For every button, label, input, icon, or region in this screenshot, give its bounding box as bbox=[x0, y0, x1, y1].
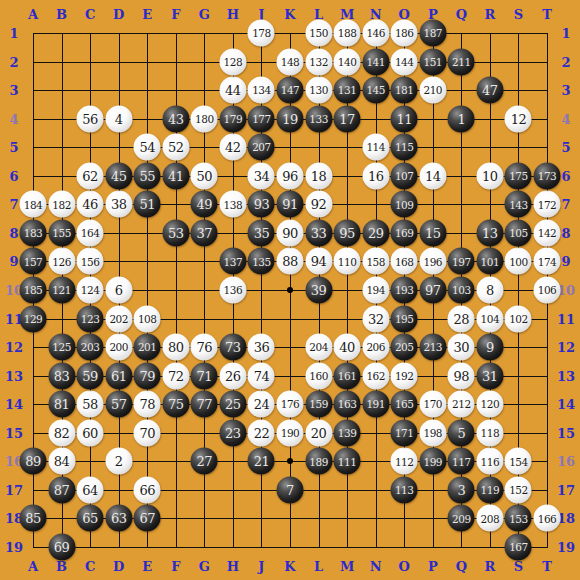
white-stone-34: 34 bbox=[248, 162, 275, 189]
row-label-left-17: 17 bbox=[5, 483, 23, 496]
white-stone-82: 82 bbox=[48, 419, 75, 446]
col-label-top-G: G bbox=[199, 8, 210, 21]
grid-cell bbox=[204, 490, 233, 519]
grid-cell bbox=[319, 490, 348, 519]
white-stone-190: 190 bbox=[277, 419, 304, 446]
grid-cell bbox=[176, 261, 205, 290]
col-label-bottom-N: N bbox=[370, 560, 382, 573]
black-stone-63: 63 bbox=[105, 505, 132, 532]
black-stone-145: 145 bbox=[362, 77, 389, 104]
white-stone-70: 70 bbox=[134, 419, 161, 446]
black-stone-91: 91 bbox=[277, 191, 304, 218]
col-label-top-H: H bbox=[227, 8, 239, 21]
row-label-right-17: 17 bbox=[557, 483, 575, 496]
black-stone-121: 121 bbox=[48, 277, 75, 304]
grid-cell bbox=[62, 33, 91, 62]
white-stone-154: 154 bbox=[505, 448, 532, 475]
col-label-top-F: F bbox=[171, 8, 180, 21]
grid-cell bbox=[376, 518, 405, 547]
black-stone-47: 47 bbox=[476, 77, 503, 104]
white-stone-200: 200 bbox=[105, 334, 132, 361]
black-stone-9: 9 bbox=[476, 334, 503, 361]
white-stone-66: 66 bbox=[134, 476, 161, 503]
black-stone-207: 207 bbox=[248, 134, 275, 161]
white-stone-158: 158 bbox=[362, 248, 389, 275]
white-stone-124: 124 bbox=[77, 277, 104, 304]
black-stone-155: 155 bbox=[48, 219, 75, 246]
white-stone-170: 170 bbox=[419, 391, 446, 418]
white-stone-32: 32 bbox=[362, 305, 389, 332]
row-label-right-4: 4 bbox=[561, 112, 570, 125]
row-label-right-14: 14 bbox=[557, 398, 575, 411]
black-stone-95: 95 bbox=[334, 219, 361, 246]
row-label-right-19: 19 bbox=[557, 541, 575, 554]
col-label-top-E: E bbox=[142, 8, 152, 21]
black-stone-69: 69 bbox=[48, 534, 75, 561]
black-stone-203: 203 bbox=[77, 334, 104, 361]
star-point-K16 bbox=[287, 458, 293, 464]
white-stone-176: 176 bbox=[277, 391, 304, 418]
black-stone-83: 83 bbox=[48, 362, 75, 389]
black-stone-195: 195 bbox=[391, 305, 418, 332]
row-label-right-7: 7 bbox=[561, 198, 570, 211]
black-stone-173: 173 bbox=[534, 162, 561, 189]
white-stone-14: 14 bbox=[419, 162, 446, 189]
row-label-left-5: 5 bbox=[9, 141, 18, 154]
white-stone-112: 112 bbox=[391, 448, 418, 475]
row-label-left-2: 2 bbox=[9, 55, 18, 68]
black-stone-171: 171 bbox=[391, 419, 418, 446]
white-stone-44: 44 bbox=[219, 77, 246, 104]
black-stone-17: 17 bbox=[334, 105, 361, 132]
col-label-top-D: D bbox=[113, 8, 124, 21]
black-stone-151: 151 bbox=[419, 48, 446, 75]
row-label-left-15: 15 bbox=[5, 426, 23, 439]
black-stone-177: 177 bbox=[248, 105, 275, 132]
white-stone-12: 12 bbox=[505, 105, 532, 132]
white-stone-186: 186 bbox=[391, 20, 418, 47]
black-stone-161: 161 bbox=[334, 362, 361, 389]
row-label-right-16: 16 bbox=[557, 455, 575, 468]
white-stone-2: 2 bbox=[105, 448, 132, 475]
white-stone-52: 52 bbox=[162, 134, 189, 161]
white-stone-6: 6 bbox=[105, 277, 132, 304]
black-stone-31: 31 bbox=[476, 362, 503, 389]
white-stone-110: 110 bbox=[334, 248, 361, 275]
black-stone-71: 71 bbox=[191, 362, 218, 389]
white-stone-16: 16 bbox=[362, 162, 389, 189]
white-stone-204: 204 bbox=[305, 334, 332, 361]
grid-cell bbox=[233, 490, 262, 519]
white-stone-74: 74 bbox=[248, 362, 275, 389]
black-stone-185: 185 bbox=[20, 277, 47, 304]
white-stone-90: 90 bbox=[277, 219, 304, 246]
row-label-left-4: 4 bbox=[9, 112, 18, 125]
black-stone-141: 141 bbox=[362, 48, 389, 75]
black-stone-153: 153 bbox=[505, 505, 532, 532]
grid-cell bbox=[319, 518, 348, 547]
grid-cell bbox=[261, 290, 290, 319]
grid-cell bbox=[404, 518, 433, 547]
white-stone-116: 116 bbox=[476, 448, 503, 475]
black-stone-75: 75 bbox=[162, 391, 189, 418]
black-stone-159: 159 bbox=[305, 391, 332, 418]
white-stone-26: 26 bbox=[219, 362, 246, 389]
black-stone-39: 39 bbox=[305, 277, 332, 304]
grid-cell bbox=[147, 33, 176, 62]
white-stone-50: 50 bbox=[191, 162, 218, 189]
row-label-right-6: 6 bbox=[561, 169, 570, 182]
grid-cell bbox=[490, 33, 519, 62]
row-label-right-13: 13 bbox=[557, 369, 575, 382]
white-stone-174: 174 bbox=[534, 248, 561, 275]
white-stone-104: 104 bbox=[476, 305, 503, 332]
white-stone-30: 30 bbox=[448, 334, 475, 361]
col-label-bottom-T: T bbox=[542, 560, 552, 573]
black-stone-123: 123 bbox=[77, 305, 104, 332]
white-stone-114: 114 bbox=[362, 134, 389, 161]
white-stone-36: 36 bbox=[248, 334, 275, 361]
black-stone-25: 25 bbox=[219, 391, 246, 418]
white-stone-18: 18 bbox=[305, 162, 332, 189]
black-stone-191: 191 bbox=[362, 391, 389, 418]
row-label-left-12: 12 bbox=[5, 341, 23, 354]
black-stone-201: 201 bbox=[134, 334, 161, 361]
black-stone-139: 139 bbox=[334, 419, 361, 446]
grid-cell bbox=[290, 518, 319, 547]
white-stone-132: 132 bbox=[305, 48, 332, 75]
black-stone-181: 181 bbox=[391, 77, 418, 104]
black-stone-107: 107 bbox=[391, 162, 418, 189]
row-label-left-6: 6 bbox=[9, 169, 18, 182]
white-stone-10: 10 bbox=[476, 162, 503, 189]
row-label-right-15: 15 bbox=[557, 426, 575, 439]
black-stone-13: 13 bbox=[476, 219, 503, 246]
col-label-bottom-C: C bbox=[85, 560, 95, 573]
black-stone-165: 165 bbox=[391, 391, 418, 418]
black-stone-137: 137 bbox=[219, 248, 246, 275]
black-stone-189: 189 bbox=[305, 448, 332, 475]
grid-cell bbox=[119, 233, 148, 262]
white-stone-42: 42 bbox=[219, 134, 246, 161]
black-stone-65: 65 bbox=[77, 505, 104, 532]
white-stone-194: 194 bbox=[362, 277, 389, 304]
white-stone-196: 196 bbox=[419, 248, 446, 275]
white-stone-94: 94 bbox=[305, 248, 332, 275]
row-label-right-11: 11 bbox=[557, 312, 575, 325]
black-stone-135: 135 bbox=[248, 248, 275, 275]
grid-cell bbox=[90, 62, 119, 91]
black-stone-111: 111 bbox=[334, 448, 361, 475]
col-label-bottom-F: F bbox=[171, 560, 180, 573]
col-label-bottom-B: B bbox=[56, 560, 67, 573]
white-stone-138: 138 bbox=[219, 191, 246, 218]
black-stone-53: 53 bbox=[162, 219, 189, 246]
black-stone-105: 105 bbox=[505, 219, 532, 246]
black-stone-179: 179 bbox=[219, 105, 246, 132]
col-label-top-B: B bbox=[56, 8, 67, 21]
white-stone-54: 54 bbox=[134, 134, 161, 161]
white-stone-164: 164 bbox=[77, 219, 104, 246]
black-stone-109: 109 bbox=[391, 191, 418, 218]
black-stone-19: 19 bbox=[277, 105, 304, 132]
black-stone-77: 77 bbox=[191, 391, 218, 418]
row-label-right-8: 8 bbox=[561, 226, 570, 239]
row-label-left-13: 13 bbox=[5, 369, 23, 382]
white-stone-62: 62 bbox=[77, 162, 104, 189]
col-label-bottom-D: D bbox=[113, 560, 124, 573]
black-stone-209: 209 bbox=[448, 505, 475, 532]
row-label-right-5: 5 bbox=[561, 141, 570, 154]
white-stone-148: 148 bbox=[277, 48, 304, 75]
black-stone-43: 43 bbox=[162, 105, 189, 132]
col-label-bottom-G: G bbox=[199, 560, 210, 573]
grid-cell bbox=[176, 518, 205, 547]
white-stone-106: 106 bbox=[534, 277, 561, 304]
col-label-bottom-J: J bbox=[258, 560, 264, 573]
black-stone-37: 37 bbox=[191, 219, 218, 246]
black-stone-73: 73 bbox=[219, 334, 246, 361]
col-label-top-A: A bbox=[28, 8, 38, 21]
white-stone-212: 212 bbox=[448, 391, 475, 418]
row-label-right-12: 12 bbox=[557, 341, 575, 354]
col-label-bottom-P: P bbox=[428, 560, 438, 573]
grid-cell bbox=[518, 404, 547, 433]
black-stone-93: 93 bbox=[248, 191, 275, 218]
black-stone-119: 119 bbox=[476, 476, 503, 503]
row-label-left-8: 8 bbox=[9, 226, 18, 239]
grid-cell bbox=[176, 62, 205, 91]
black-stone-197: 197 bbox=[448, 248, 475, 275]
go-board[interactable]: AABBCCDDEEFFGGHHJJKKLLMMNNOOPPQQRRSSTT11… bbox=[0, 0, 580, 580]
black-stone-35: 35 bbox=[248, 219, 275, 246]
grid-cell bbox=[204, 518, 233, 547]
black-stone-129: 129 bbox=[20, 305, 47, 332]
white-stone-60: 60 bbox=[77, 419, 104, 446]
col-label-bottom-Q: Q bbox=[456, 560, 467, 573]
white-stone-130: 130 bbox=[305, 77, 332, 104]
black-stone-187: 187 bbox=[419, 20, 446, 47]
col-label-bottom-M: M bbox=[340, 560, 354, 573]
white-stone-72: 72 bbox=[162, 362, 189, 389]
col-label-top-K: K bbox=[284, 8, 295, 21]
white-stone-84: 84 bbox=[48, 448, 75, 475]
col-label-top-R: R bbox=[484, 8, 495, 21]
black-stone-89: 89 bbox=[20, 448, 47, 475]
black-stone-147: 147 bbox=[277, 77, 304, 104]
white-stone-120: 120 bbox=[476, 391, 503, 418]
black-stone-167: 167 bbox=[505, 534, 532, 561]
black-stone-55: 55 bbox=[134, 162, 161, 189]
white-stone-198: 198 bbox=[419, 419, 446, 446]
white-stone-152: 152 bbox=[505, 476, 532, 503]
white-stone-38: 38 bbox=[105, 191, 132, 218]
black-stone-67: 67 bbox=[134, 505, 161, 532]
white-stone-40: 40 bbox=[334, 334, 361, 361]
black-stone-157: 157 bbox=[20, 248, 47, 275]
grid-cell bbox=[119, 62, 148, 91]
white-stone-188: 188 bbox=[334, 20, 361, 47]
black-stone-15: 15 bbox=[419, 219, 446, 246]
white-stone-28: 28 bbox=[448, 305, 475, 332]
black-stone-79: 79 bbox=[134, 362, 161, 389]
grid-cell bbox=[176, 33, 205, 62]
black-stone-103: 103 bbox=[448, 277, 475, 304]
white-stone-118: 118 bbox=[476, 419, 503, 446]
black-stone-131: 131 bbox=[334, 77, 361, 104]
row-label-left-19: 19 bbox=[5, 541, 23, 554]
col-label-top-T: T bbox=[542, 8, 552, 21]
col-label-top-C: C bbox=[85, 8, 95, 21]
white-stone-210: 210 bbox=[419, 77, 446, 104]
black-stone-115: 115 bbox=[391, 134, 418, 161]
white-stone-108: 108 bbox=[134, 305, 161, 332]
black-stone-85: 85 bbox=[20, 505, 47, 532]
white-stone-144: 144 bbox=[391, 48, 418, 75]
black-stone-163: 163 bbox=[334, 391, 361, 418]
white-stone-100: 100 bbox=[505, 248, 532, 275]
white-stone-192: 192 bbox=[391, 362, 418, 389]
col-label-bottom-L: L bbox=[314, 560, 323, 573]
black-stone-113: 113 bbox=[391, 476, 418, 503]
star-point-K10 bbox=[287, 287, 293, 293]
white-stone-178: 178 bbox=[248, 20, 275, 47]
white-stone-160: 160 bbox=[305, 362, 332, 389]
black-stone-205: 205 bbox=[391, 334, 418, 361]
black-stone-199: 199 bbox=[419, 448, 446, 475]
black-stone-33: 33 bbox=[305, 219, 332, 246]
white-stone-58: 58 bbox=[77, 391, 104, 418]
black-stone-29: 29 bbox=[362, 219, 389, 246]
grid-cell bbox=[518, 376, 547, 405]
black-stone-3: 3 bbox=[448, 476, 475, 503]
white-stone-172: 172 bbox=[534, 191, 561, 218]
grid-cell bbox=[90, 33, 119, 62]
white-stone-168: 168 bbox=[391, 248, 418, 275]
grid-cell bbox=[33, 62, 62, 91]
white-stone-64: 64 bbox=[77, 476, 104, 503]
white-stone-182: 182 bbox=[48, 191, 75, 218]
grid-cell bbox=[518, 33, 547, 62]
black-stone-143: 143 bbox=[505, 191, 532, 218]
black-stone-11: 11 bbox=[391, 105, 418, 132]
black-stone-133: 133 bbox=[305, 105, 332, 132]
white-stone-96: 96 bbox=[277, 162, 304, 189]
grid-cell bbox=[233, 518, 262, 547]
black-stone-57: 57 bbox=[105, 391, 132, 418]
black-stone-87: 87 bbox=[48, 476, 75, 503]
white-stone-78: 78 bbox=[134, 391, 161, 418]
grid-cell bbox=[147, 261, 176, 290]
black-stone-183: 183 bbox=[20, 219, 47, 246]
grid-cell bbox=[147, 62, 176, 91]
grid-cell bbox=[62, 62, 91, 91]
black-stone-211: 211 bbox=[448, 48, 475, 75]
row-label-right-9: 9 bbox=[561, 255, 570, 268]
black-stone-49: 49 bbox=[191, 191, 218, 218]
black-stone-7: 7 bbox=[277, 476, 304, 503]
white-stone-56: 56 bbox=[77, 105, 104, 132]
col-label-bottom-R: R bbox=[484, 560, 495, 573]
col-label-bottom-E: E bbox=[142, 560, 152, 573]
grid-cell bbox=[33, 119, 62, 148]
grid-cell bbox=[176, 490, 205, 519]
black-stone-125: 125 bbox=[48, 334, 75, 361]
black-stone-175: 175 bbox=[505, 162, 532, 189]
white-stone-140: 140 bbox=[334, 48, 361, 75]
grid-cell bbox=[176, 290, 205, 319]
black-stone-51: 51 bbox=[134, 191, 161, 218]
black-stone-45: 45 bbox=[105, 162, 132, 189]
black-stone-1: 1 bbox=[448, 105, 475, 132]
col-label-bottom-A: A bbox=[28, 560, 38, 573]
row-label-right-1: 1 bbox=[561, 27, 570, 40]
black-stone-23: 23 bbox=[219, 419, 246, 446]
black-stone-193: 193 bbox=[391, 277, 418, 304]
grid-cell bbox=[33, 147, 62, 176]
col-label-bottom-K: K bbox=[284, 560, 295, 573]
col-label-bottom-S: S bbox=[514, 560, 523, 573]
grid-cell bbox=[347, 490, 376, 519]
grid-cell bbox=[261, 518, 290, 547]
white-stone-146: 146 bbox=[362, 20, 389, 47]
black-stone-59: 59 bbox=[77, 362, 104, 389]
white-stone-134: 134 bbox=[248, 77, 275, 104]
row-label-right-2: 2 bbox=[561, 55, 570, 68]
black-stone-5: 5 bbox=[448, 419, 475, 446]
row-label-left-3: 3 bbox=[9, 84, 18, 97]
white-stone-202: 202 bbox=[105, 305, 132, 332]
grid-cell bbox=[347, 518, 376, 547]
white-stone-88: 88 bbox=[277, 248, 304, 275]
white-stone-102: 102 bbox=[505, 305, 532, 332]
white-stone-162: 162 bbox=[362, 362, 389, 389]
black-stone-21: 21 bbox=[248, 448, 275, 475]
row-label-left-7: 7 bbox=[9, 198, 18, 211]
white-stone-180: 180 bbox=[191, 105, 218, 132]
white-stone-142: 142 bbox=[534, 219, 561, 246]
col-label-top-Q: Q bbox=[456, 8, 467, 21]
grid-cell bbox=[33, 33, 62, 62]
black-stone-27: 27 bbox=[191, 448, 218, 475]
white-stone-208: 208 bbox=[476, 505, 503, 532]
col-label-top-S: S bbox=[514, 8, 523, 21]
row-label-right-3: 3 bbox=[561, 84, 570, 97]
white-stone-4: 4 bbox=[105, 105, 132, 132]
white-stone-150: 150 bbox=[305, 20, 332, 47]
white-stone-136: 136 bbox=[219, 277, 246, 304]
col-label-bottom-O: O bbox=[399, 560, 410, 573]
white-stone-184: 184 bbox=[20, 191, 47, 218]
white-stone-46: 46 bbox=[77, 191, 104, 218]
white-stone-22: 22 bbox=[248, 419, 275, 446]
white-stone-206: 206 bbox=[362, 334, 389, 361]
black-stone-117: 117 bbox=[448, 448, 475, 475]
row-label-left-1: 1 bbox=[9, 27, 18, 40]
white-stone-166: 166 bbox=[534, 505, 561, 532]
white-stone-20: 20 bbox=[305, 419, 332, 446]
white-stone-128: 128 bbox=[219, 48, 246, 75]
grid-cell bbox=[518, 347, 547, 376]
white-stone-80: 80 bbox=[162, 334, 189, 361]
grid-cell bbox=[33, 90, 62, 119]
black-stone-169: 169 bbox=[391, 219, 418, 246]
black-stone-101: 101 bbox=[476, 248, 503, 275]
white-stone-98: 98 bbox=[448, 362, 475, 389]
white-stone-24: 24 bbox=[248, 391, 275, 418]
col-label-bottom-H: H bbox=[227, 560, 239, 573]
white-stone-76: 76 bbox=[191, 334, 218, 361]
